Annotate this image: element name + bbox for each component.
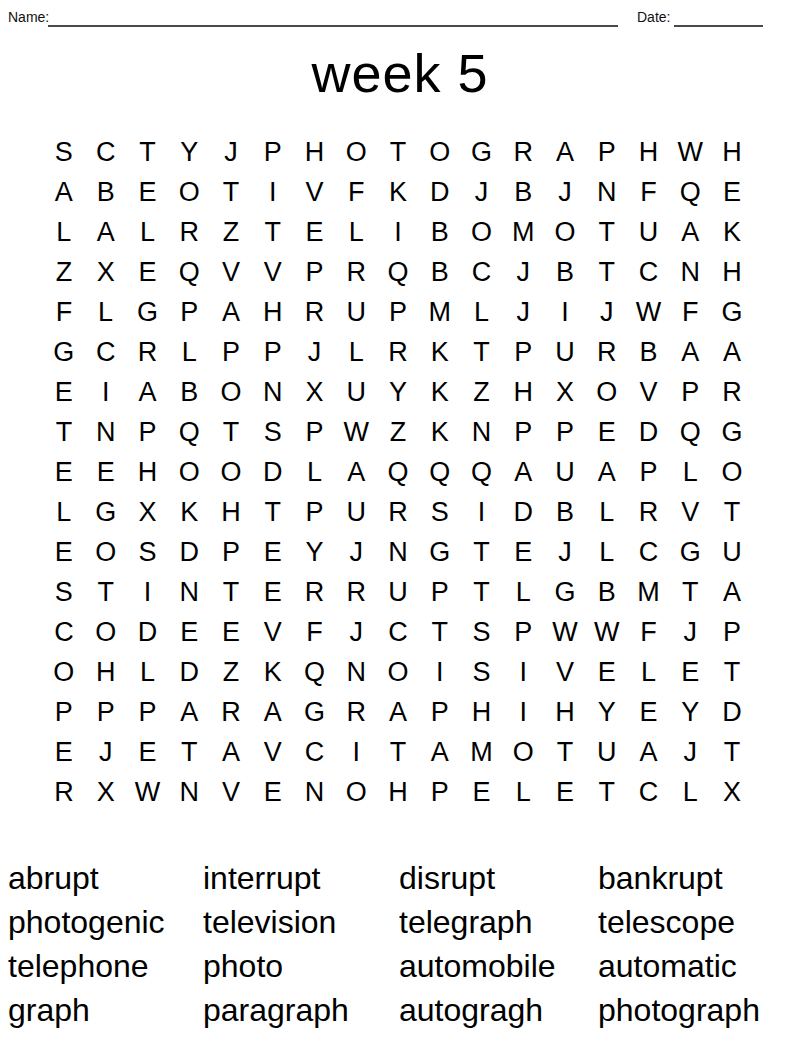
grid-cell-r15c7: G	[294, 692, 336, 732]
grid-cell-r11c9: N	[377, 532, 419, 572]
word-item-automobile: automobile	[399, 944, 598, 988]
grid-cell-r7c12: H	[502, 372, 544, 412]
grid-cell-r1c8: O	[335, 132, 377, 172]
grid-cell-r6c6: P	[252, 332, 294, 372]
grid-cell-r6c5: P	[210, 332, 252, 372]
grid-cell-r17c2: X	[85, 772, 127, 812]
grid-cell-r12c8: R	[335, 572, 377, 612]
grid-cell-r15c14: Y	[586, 692, 628, 732]
grid-cell-r2c2: B	[85, 172, 127, 212]
grid-cell-r11c8: J	[335, 532, 377, 572]
grid-cell-r17c10: P	[419, 772, 461, 812]
grid-cell-r14c4: D	[168, 652, 210, 692]
grid-cell-r2c17: E	[711, 172, 753, 212]
grid-cell-r12c10: P	[419, 572, 461, 612]
grid-cell-r1c1: S	[43, 132, 85, 172]
word-item-telephone: telephone	[8, 944, 203, 988]
grid-cell-r1c13: A	[544, 132, 586, 172]
grid-cell-r2c13: J	[544, 172, 586, 212]
grid-cell-r12c17: A	[711, 572, 753, 612]
grid-cell-r4c5: V	[210, 252, 252, 292]
grid-cell-r9c9: Q	[377, 452, 419, 492]
grid-cell-r5c15: W	[628, 292, 670, 332]
grid-cell-r11c3: S	[127, 532, 169, 572]
grid-cell-r9c16: L	[669, 452, 711, 492]
grid-cell-r3c16: A	[669, 212, 711, 252]
grid-cell-r4c10: B	[419, 252, 461, 292]
grid-cell-r6c15: B	[628, 332, 670, 372]
grid-cell-r3c14: T	[586, 212, 628, 252]
grid-cell-r7c1: E	[43, 372, 85, 412]
grid-cell-r16c4: T	[168, 732, 210, 772]
grid-cell-r14c10: I	[419, 652, 461, 692]
grid-cell-r16c6: V	[252, 732, 294, 772]
grid-cell-r2c14: N	[586, 172, 628, 212]
grid-cell-r9c8: A	[335, 452, 377, 492]
grid-cell-r5c6: H	[252, 292, 294, 332]
grid-cell-r6c9: R	[377, 332, 419, 372]
grid-cell-r8c7: P	[294, 412, 336, 452]
grid-cell-r15c13: H	[544, 692, 586, 732]
grid-cell-r12c6: E	[252, 572, 294, 612]
grid-cell-r17c17: X	[711, 772, 753, 812]
grid-cell-r3c3: L	[127, 212, 169, 252]
grid-cell-r17c11: E	[461, 772, 503, 812]
grid-cell-r8c5: T	[210, 412, 252, 452]
grid-cell-r14c8: N	[335, 652, 377, 692]
grid-cell-r7c8: U	[335, 372, 377, 412]
grid-cell-r10c17: T	[711, 492, 753, 532]
grid-cell-r17c1: R	[43, 772, 85, 812]
grid-cell-r9c12: A	[502, 452, 544, 492]
grid-cell-r10c5: H	[210, 492, 252, 532]
grid-cell-r13c10: T	[419, 612, 461, 652]
grid-cell-r5c11: L	[461, 292, 503, 332]
grid-cell-r7c5: O	[210, 372, 252, 412]
grid-cell-r2c4: O	[168, 172, 210, 212]
grid-cell-r9c11: Q	[461, 452, 503, 492]
word-list: abruptinterruptdisruptbankruptphotogenic…	[8, 856, 794, 1032]
grid-cell-r6c2: C	[85, 332, 127, 372]
grid-cell-r13c7: F	[294, 612, 336, 652]
grid-cell-r13c12: P	[502, 612, 544, 652]
grid-cell-r11c1: E	[43, 532, 85, 572]
puzzle-title: week 5	[0, 46, 800, 100]
grid-cell-r12c4: N	[168, 572, 210, 612]
grid-cell-r12c7: R	[294, 572, 336, 612]
grid-cell-r5c2: L	[85, 292, 127, 332]
grid-cell-r3c15: U	[628, 212, 670, 252]
name-label: Name:	[8, 9, 49, 25]
grid-cell-r12c14: B	[586, 572, 628, 612]
word-item-bankrupt: bankrupt	[598, 856, 794, 900]
grid-cell-r9c14: A	[586, 452, 628, 492]
grid-cell-r4c17: H	[711, 252, 753, 292]
grid-cell-r8c2: N	[85, 412, 127, 452]
grid-cell-r1c9: T	[377, 132, 419, 172]
grid-cell-r5c7: R	[294, 292, 336, 332]
grid-cell-r4c6: V	[252, 252, 294, 292]
grid-cell-r10c8: U	[335, 492, 377, 532]
grid-cell-r2c10: D	[419, 172, 461, 212]
grid-cell-r7c11: Z	[461, 372, 503, 412]
grid-cell-r1c2: C	[85, 132, 127, 172]
grid-cell-r9c13: U	[544, 452, 586, 492]
grid-cell-r9c17: O	[711, 452, 753, 492]
grid-cell-r1c3: T	[127, 132, 169, 172]
grid-cell-r12c1: S	[43, 572, 85, 612]
date-fill-line	[674, 4, 763, 27]
grid-cell-r1c11: G	[461, 132, 503, 172]
word-item-photograph: photograph	[598, 988, 794, 1032]
grid-cell-r17c7: N	[294, 772, 336, 812]
grid-cell-r7c6: N	[252, 372, 294, 412]
grid-cell-r8c12: P	[502, 412, 544, 452]
grid-cell-r11c12: E	[502, 532, 544, 572]
grid-cell-r10c2: G	[85, 492, 127, 532]
grid-cell-r8c15: D	[628, 412, 670, 452]
grid-cell-r12c2: T	[85, 572, 127, 612]
grid-cell-r13c9: C	[377, 612, 419, 652]
grid-cell-r4c2: X	[85, 252, 127, 292]
grid-cell-r15c11: H	[461, 692, 503, 732]
word-item-telegraph: telegraph	[399, 900, 598, 944]
grid-cell-r12c11: T	[461, 572, 503, 612]
grid-cell-r13c17: P	[711, 612, 753, 652]
grid-cell-r8c17: G	[711, 412, 753, 452]
grid-cell-r3c7: E	[294, 212, 336, 252]
grid-cell-r8c11: N	[461, 412, 503, 452]
grid-cell-r5c9: P	[377, 292, 419, 332]
grid-cell-r5c12: J	[502, 292, 544, 332]
grid-cell-r6c4: L	[168, 332, 210, 372]
grid-cell-r10c15: R	[628, 492, 670, 532]
grid-cell-r3c11: O	[461, 212, 503, 252]
grid-cell-r11c7: Y	[294, 532, 336, 572]
grid-cell-r4c15: C	[628, 252, 670, 292]
grid-cell-r11c13: J	[544, 532, 586, 572]
grid-cell-r9c10: Q	[419, 452, 461, 492]
grid-cell-r4c1: Z	[43, 252, 85, 292]
grid-cell-r4c14: T	[586, 252, 628, 292]
grid-cell-r11c6: E	[252, 532, 294, 572]
grid-cell-r12c12: L	[502, 572, 544, 612]
grid-cell-r9c1: E	[43, 452, 85, 492]
grid-cell-r6c13: U	[544, 332, 586, 372]
grid-cell-r12c13: G	[544, 572, 586, 612]
grid-cell-r11c5: P	[210, 532, 252, 572]
grid-cell-r11c17: U	[711, 532, 753, 572]
grid-cell-r11c16: G	[669, 532, 711, 572]
grid-cell-r5c16: F	[669, 292, 711, 332]
grid-cell-r10c11: I	[461, 492, 503, 532]
grid-cell-r8c1: T	[43, 412, 85, 452]
grid-cell-r4c8: R	[335, 252, 377, 292]
grid-cell-r13c13: W	[544, 612, 586, 652]
grid-cell-r6c1: G	[43, 332, 85, 372]
grid-cell-r6c12: P	[502, 332, 544, 372]
grid-cell-r5c3: G	[127, 292, 169, 332]
grid-cell-r2c5: T	[210, 172, 252, 212]
grid-cell-r2c9: K	[377, 172, 419, 212]
grid-cell-r2c12: B	[502, 172, 544, 212]
grid-cell-r16c13: T	[544, 732, 586, 772]
grid-cell-r1c17: H	[711, 132, 753, 172]
grid-cell-r16c5: A	[210, 732, 252, 772]
grid-cell-r1c7: H	[294, 132, 336, 172]
grid-cell-r12c5: T	[210, 572, 252, 612]
grid-cell-r16c7: C	[294, 732, 336, 772]
grid-cell-r15c9: A	[377, 692, 419, 732]
grid-cell-r11c4: D	[168, 532, 210, 572]
grid-cell-r8c10: K	[419, 412, 461, 452]
grid-cell-r16c1: E	[43, 732, 85, 772]
grid-cell-r9c6: D	[252, 452, 294, 492]
grid-cell-r4c9: Q	[377, 252, 419, 292]
grid-cell-r3c9: I	[377, 212, 419, 252]
grid-cell-r11c10: G	[419, 532, 461, 572]
grid-cell-r13c2: O	[85, 612, 127, 652]
grid-cell-r14c1: O	[43, 652, 85, 692]
grid-cell-r7c7: X	[294, 372, 336, 412]
word-item-autogragh: autogragh	[399, 988, 598, 1032]
grid-cell-r16c9: T	[377, 732, 419, 772]
word-item-disrupt: disrupt	[399, 856, 598, 900]
grid-cell-r12c15: M	[628, 572, 670, 612]
grid-cell-r2c1: A	[43, 172, 85, 212]
grid-cell-r5c13: I	[544, 292, 586, 332]
grid-cell-r14c7: Q	[294, 652, 336, 692]
grid-cell-r13c1: C	[43, 612, 85, 652]
grid-cell-r10c3: X	[127, 492, 169, 532]
grid-cell-r14c17: T	[711, 652, 753, 692]
grid-cell-r7c4: B	[168, 372, 210, 412]
grid-cell-r2c15: F	[628, 172, 670, 212]
date-label: Date:	[637, 9, 670, 25]
grid-cell-r2c3: E	[127, 172, 169, 212]
grid-cell-r13c5: E	[210, 612, 252, 652]
grid-cell-r15c8: R	[335, 692, 377, 732]
grid-cell-r14c12: I	[502, 652, 544, 692]
grid-cell-r15c3: P	[127, 692, 169, 732]
grid-cell-r3c13: O	[544, 212, 586, 252]
word-item-abrupt: abrupt	[8, 856, 203, 900]
grid-cell-r6c11: T	[461, 332, 503, 372]
grid-cell-r17c5: V	[210, 772, 252, 812]
word-item-interrupt: interrupt	[203, 856, 399, 900]
word-item-television: television	[203, 900, 399, 944]
grid-cell-r2c7: V	[294, 172, 336, 212]
grid-cell-r11c11: T	[461, 532, 503, 572]
grid-cell-r10c10: S	[419, 492, 461, 532]
grid-cell-r16c10: A	[419, 732, 461, 772]
grid-cell-r5c5: A	[210, 292, 252, 332]
grid-cell-r6c7: J	[294, 332, 336, 372]
grid-cell-r1c12: R	[502, 132, 544, 172]
grid-cell-r14c3: L	[127, 652, 169, 692]
grid-cell-r5c17: G	[711, 292, 753, 332]
grid-cell-r7c16: P	[669, 372, 711, 412]
grid-cell-r13c15: F	[628, 612, 670, 652]
grid-cell-r1c4: Y	[168, 132, 210, 172]
grid-cell-r12c3: I	[127, 572, 169, 612]
grid-cell-r15c4: A	[168, 692, 210, 732]
grid-cell-r13c8: J	[335, 612, 377, 652]
grid-cell-r8c14: E	[586, 412, 628, 452]
word-item-photo: photo	[203, 944, 399, 988]
grid-cell-r3c10: B	[419, 212, 461, 252]
grid-cell-r6c14: R	[586, 332, 628, 372]
grid-cell-r17c9: H	[377, 772, 419, 812]
grid-cell-r3c12: M	[502, 212, 544, 252]
grid-cell-r16c2: J	[85, 732, 127, 772]
word-item-automatic: automatic	[598, 944, 794, 988]
grid-cell-r14c2: H	[85, 652, 127, 692]
grid-cell-r10c16: V	[669, 492, 711, 532]
word-item-telescope: telescope	[598, 900, 794, 944]
grid-cell-r13c14: W	[586, 612, 628, 652]
grid-cell-r10c1: L	[43, 492, 85, 532]
grid-cell-r10c13: B	[544, 492, 586, 532]
word-search-grid: SCTYJPHOTOGRAPHWHABEOTIVFKDJBJNFQELALRZT…	[43, 132, 753, 812]
grid-cell-r15c12: I	[502, 692, 544, 732]
word-item-photogenic: photogenic	[8, 900, 203, 944]
grid-cell-r3c2: A	[85, 212, 127, 252]
grid-cell-r10c4: K	[168, 492, 210, 532]
grid-cell-r15c5: R	[210, 692, 252, 732]
grid-cell-r2c6: I	[252, 172, 294, 212]
grid-cell-r11c15: C	[628, 532, 670, 572]
grid-cell-r17c8: O	[335, 772, 377, 812]
grid-cell-r10c6: T	[252, 492, 294, 532]
grid-cell-r2c11: J	[461, 172, 503, 212]
grid-cell-r10c7: P	[294, 492, 336, 532]
grid-cell-r3c6: T	[252, 212, 294, 252]
grid-cell-r15c16: Y	[669, 692, 711, 732]
grid-cell-r2c16: Q	[669, 172, 711, 212]
grid-cell-r17c3: W	[127, 772, 169, 812]
grid-cell-r4c16: N	[669, 252, 711, 292]
grid-cell-r14c15: L	[628, 652, 670, 692]
grid-cell-r3c1: L	[43, 212, 85, 252]
grid-cell-r2c8: F	[335, 172, 377, 212]
grid-cell-r9c5: O	[210, 452, 252, 492]
grid-cell-r12c16: T	[669, 572, 711, 612]
grid-cell-r8c6: S	[252, 412, 294, 452]
grid-cell-r15c15: E	[628, 692, 670, 732]
grid-cell-r15c17: D	[711, 692, 753, 732]
grid-cell-r4c4: Q	[168, 252, 210, 292]
grid-cell-r4c11: C	[461, 252, 503, 292]
grid-cell-r3c5: Z	[210, 212, 252, 252]
grid-cell-r17c6: E	[252, 772, 294, 812]
grid-cell-r10c14: L	[586, 492, 628, 532]
grid-cell-r13c3: D	[127, 612, 169, 652]
grid-cell-r5c10: M	[419, 292, 461, 332]
grid-cell-r6c3: R	[127, 332, 169, 372]
grid-cell-r13c11: S	[461, 612, 503, 652]
grid-cell-r15c2: P	[85, 692, 127, 732]
grid-cell-r4c13: B	[544, 252, 586, 292]
grid-cell-r10c12: D	[502, 492, 544, 532]
grid-cell-r7c2: I	[85, 372, 127, 412]
grid-cell-r1c10: O	[419, 132, 461, 172]
grid-cell-r11c2: O	[85, 532, 127, 572]
grid-cell-r7c3: A	[127, 372, 169, 412]
grid-cell-r8c3: P	[127, 412, 169, 452]
grid-cell-r10c9: R	[377, 492, 419, 532]
grid-cell-r16c17: T	[711, 732, 753, 772]
grid-cell-r7c17: R	[711, 372, 753, 412]
grid-cell-r7c15: V	[628, 372, 670, 412]
grid-cell-r9c3: H	[127, 452, 169, 492]
grid-cell-r8c9: Z	[377, 412, 419, 452]
grid-cell-r5c4: P	[168, 292, 210, 332]
grid-cell-r4c3: E	[127, 252, 169, 292]
grid-cell-r9c2: E	[85, 452, 127, 492]
grid-cell-r15c10: P	[419, 692, 461, 732]
grid-cell-r4c12: J	[502, 252, 544, 292]
grid-cell-r12c9: U	[377, 572, 419, 612]
grid-cell-r14c16: E	[669, 652, 711, 692]
grid-cell-r17c16: L	[669, 772, 711, 812]
grid-cell-r1c14: P	[586, 132, 628, 172]
grid-cell-r17c12: L	[502, 772, 544, 812]
grid-cell-r14c5: Z	[210, 652, 252, 692]
name-fill-line	[48, 4, 618, 27]
grid-cell-r15c6: A	[252, 692, 294, 732]
grid-cell-r16c16: J	[669, 732, 711, 772]
grid-cell-r16c3: E	[127, 732, 169, 772]
grid-cell-r4c7: P	[294, 252, 336, 292]
grid-cell-r16c12: O	[502, 732, 544, 772]
grid-cell-r7c9: Y	[377, 372, 419, 412]
grid-cell-r14c14: E	[586, 652, 628, 692]
grid-cell-r1c5: J	[210, 132, 252, 172]
word-item-graph: graph	[8, 988, 203, 1032]
grid-cell-r9c4: O	[168, 452, 210, 492]
grid-cell-r5c14: J	[586, 292, 628, 332]
grid-cell-r13c16: J	[669, 612, 711, 652]
grid-cell-r17c13: E	[544, 772, 586, 812]
grid-cell-r11c14: L	[586, 532, 628, 572]
grid-cell-r6c17: A	[711, 332, 753, 372]
grid-cell-r14c13: V	[544, 652, 586, 692]
grid-cell-r1c15: H	[628, 132, 670, 172]
grid-cell-r8c8: W	[335, 412, 377, 452]
grid-cell-r17c14: T	[586, 772, 628, 812]
grid-cell-r9c7: L	[294, 452, 336, 492]
grid-cell-r8c16: Q	[669, 412, 711, 452]
grid-cell-r14c6: K	[252, 652, 294, 692]
grid-cell-r13c6: V	[252, 612, 294, 652]
grid-cell-r14c9: O	[377, 652, 419, 692]
word-item-paragraph: paragraph	[203, 988, 399, 1032]
grid-cell-r16c14: U	[586, 732, 628, 772]
grid-cell-r3c4: R	[168, 212, 210, 252]
grid-cell-r15c1: P	[43, 692, 85, 732]
grid-cell-r1c16: W	[669, 132, 711, 172]
grid-cell-r6c10: K	[419, 332, 461, 372]
grid-cell-r7c10: K	[419, 372, 461, 412]
grid-cell-r16c11: M	[461, 732, 503, 772]
grid-cell-r5c1: F	[43, 292, 85, 332]
grid-cell-r6c8: L	[335, 332, 377, 372]
grid-cell-r8c4: Q	[168, 412, 210, 452]
grid-cell-r1c6: P	[252, 132, 294, 172]
grid-cell-r14c11: S	[461, 652, 503, 692]
grid-cell-r9c15: P	[628, 452, 670, 492]
